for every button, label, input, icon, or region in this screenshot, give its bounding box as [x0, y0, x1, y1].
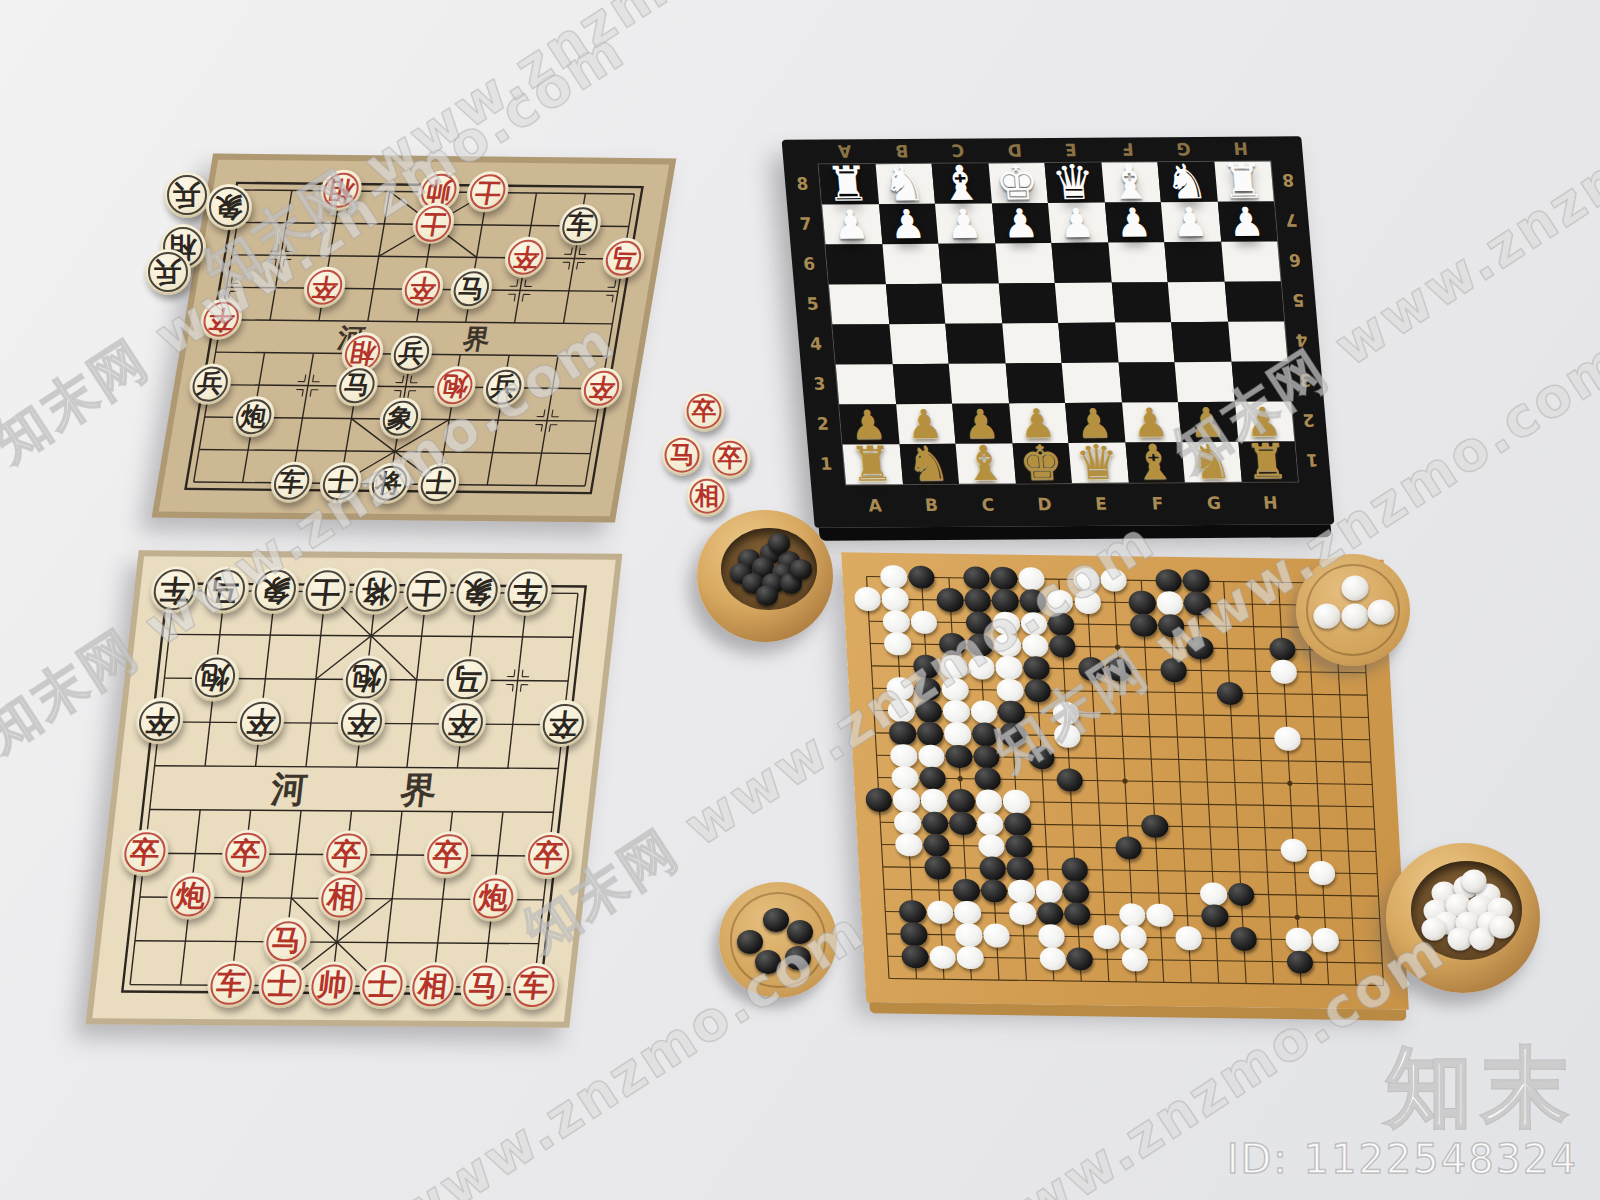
- chess-piece-brass-queen[interactable]: ♛: [1074, 438, 1121, 486]
- svg-text:界: 界: [461, 323, 493, 354]
- chess-rank-label-right-8: 8: [1269, 160, 1306, 200]
- chess-rank-label-right-7: 7: [1273, 200, 1310, 240]
- piece-character: 卒: [408, 276, 438, 302]
- chess-rank-label-7: 7: [787, 204, 824, 244]
- chess-square-d6[interactable]: [995, 243, 1055, 283]
- chess-square-c4[interactable]: [945, 323, 1005, 363]
- black-stone-on-lid[interactable]: [763, 908, 789, 932]
- piece-character: 士: [410, 577, 442, 606]
- chess-piece-brass-rook[interactable]: ♜: [848, 439, 895, 487]
- piece-character: 卒: [446, 708, 478, 737]
- white-stone-in-bowl[interactable]: [1490, 915, 1515, 938]
- piece-character: 士: [310, 576, 342, 605]
- chess-square-h6[interactable]: [1221, 241, 1281, 281]
- chess-square-b3[interactable]: [892, 364, 952, 404]
- chess-square-c5[interactable]: [942, 283, 1002, 323]
- piece-ring: [664, 438, 699, 473]
- piece-character: 帅: [424, 178, 454, 204]
- white-stone-on-lid[interactable]: [1314, 604, 1341, 629]
- piece-character: 象: [259, 576, 291, 605]
- piece-ring: [310, 965, 355, 1006]
- chess-square-c6[interactable]: [938, 243, 998, 283]
- go-bowl-black-stones[interactable]: [697, 510, 833, 642]
- chess-square-h4[interactable]: [1228, 321, 1288, 361]
- piece-ring: [686, 394, 721, 429]
- chess-square-g5[interactable]: [1168, 282, 1228, 322]
- piece-character: 卒: [511, 244, 541, 270]
- loose-xiangqi-piece-兵[interactable]: 兵: [145, 249, 191, 295]
- chess-square-f4[interactable]: [1115, 322, 1175, 362]
- bowl-opening: [721, 528, 816, 610]
- chess-rank-label-right-4: 4: [1283, 320, 1320, 360]
- piece-character: 兵: [173, 181, 201, 209]
- piece-character: 相: [326, 177, 356, 203]
- site-logo: 知末: [1227, 1044, 1578, 1130]
- scene: 知末网 www.znzmo.com知末网 www.znzmo.com知末网 ww…: [0, 0, 1600, 1200]
- piece-ring: [471, 878, 516, 919]
- chess-square-c3[interactable]: [949, 363, 1009, 403]
- piece-ring: [461, 966, 506, 1007]
- chess-piece-white-pawn[interactable]: ♟: [944, 204, 983, 244]
- chess-piece-white-pawn[interactable]: ♟: [1001, 203, 1040, 243]
- chess-square-a5[interactable]: [829, 284, 889, 324]
- chess-square-b4[interactable]: [889, 324, 949, 364]
- black-stone-on-lid[interactable]: [785, 946, 811, 970]
- svg-text:河: 河: [268, 768, 309, 809]
- piece-character: 卒: [143, 706, 175, 735]
- chess-square-e3[interactable]: [1062, 363, 1122, 403]
- piece-character: 车: [511, 577, 543, 606]
- piece-character: 炮: [350, 664, 382, 693]
- go-lid-black-stones[interactable]: [719, 882, 837, 998]
- loose-xiangqi-piece-象[interactable]: 象: [206, 184, 252, 230]
- piece-ring: [264, 921, 309, 962]
- loose-xiangqi-piece-相[interactable]: 相: [687, 476, 728, 517]
- piece-character: 马: [609, 245, 639, 271]
- chess-square-f3[interactable]: [1118, 362, 1178, 402]
- piece-character: 马: [209, 575, 241, 604]
- piece-ring: [319, 877, 364, 918]
- chess-rank-label-1: 1: [808, 444, 845, 484]
- piece-character: 卒: [547, 709, 579, 738]
- black-stone-in-bowl[interactable]: [756, 585, 778, 605]
- chess-square-e4[interactable]: [1058, 323, 1118, 363]
- piece-character: 炮: [440, 373, 470, 399]
- piece-ring: [360, 965, 405, 1006]
- piece-character: 象: [215, 193, 243, 221]
- xiangqi-board-bottom: 河界车马象士将士象车炮炮马卒卒卒卒卒卒卒卒卒卒炮相炮马车士帅士相马车: [86, 550, 623, 1027]
- chess-square-g4[interactable]: [1171, 322, 1231, 362]
- piece-ring: [209, 964, 254, 1005]
- chess-square-d5[interactable]: [998, 283, 1058, 323]
- loose-xiangqi-piece-兵[interactable]: 兵: [164, 172, 210, 218]
- chess-rank-label-right-2: 2: [1290, 400, 1327, 440]
- chess-square-g3[interactable]: [1175, 362, 1235, 402]
- chess-rank-label-6: 6: [790, 244, 827, 284]
- piece-character: 象: [461, 577, 493, 606]
- chess-square-a6[interactable]: [826, 244, 886, 284]
- chess-piece-white-pawn[interactable]: ♟: [888, 204, 927, 244]
- piece-character: 炮: [199, 663, 231, 692]
- go-lid-white-stones[interactable]: [1296, 554, 1410, 666]
- chess-rank-label-4: 4: [797, 324, 834, 364]
- piece-character: 马: [451, 665, 483, 694]
- piece-character: 卒: [587, 375, 617, 401]
- chess-piece-brass-bishop[interactable]: ♝: [1130, 437, 1177, 485]
- chess-rank-label-right-3: 3: [1286, 360, 1323, 400]
- white-stone-on-lid[interactable]: [1342, 576, 1369, 601]
- chess-rank-label-2: 2: [804, 404, 841, 444]
- piece-character: 士: [418, 211, 448, 237]
- piece-character: 士: [473, 179, 503, 205]
- image-id: ID: 1122548324: [1227, 1136, 1578, 1182]
- piece-ring: [712, 441, 747, 476]
- chess-square-a4[interactable]: [832, 324, 892, 364]
- chess-piece-brass-knight[interactable]: ♞: [1187, 437, 1234, 485]
- chess-board: AABBCCDDEEFFGGHH8877665544332211♜♞♝♚♛♝♞♜…: [782, 136, 1335, 528]
- chess-rank-label-8: 8: [784, 164, 821, 204]
- chess-rank-label-right-1: 1: [1293, 440, 1330, 480]
- chess-piece-white-pawn[interactable]: ♟: [1114, 202, 1153, 242]
- chess-square-g6[interactable]: [1164, 242, 1224, 282]
- piece-character: 兵: [154, 258, 182, 286]
- black-stone-on-lid[interactable]: [755, 950, 781, 974]
- chess-piece-white-pawn[interactable]: ♟: [831, 204, 870, 244]
- black-stone-on-lid[interactable]: [737, 930, 763, 954]
- loose-xiangqi-piece-卒[interactable]: 卒: [684, 391, 725, 432]
- chess-square-e6[interactable]: [1051, 243, 1111, 283]
- chess-square-d4[interactable]: [1002, 323, 1062, 363]
- chess-piece-brass-rook[interactable]: ♜: [1243, 437, 1290, 485]
- chess-square-f6[interactable]: [1108, 242, 1168, 282]
- chess-piece-white-pawn[interactable]: ♟: [1057, 203, 1096, 243]
- black-stone-on-lid[interactable]: [787, 920, 813, 944]
- piece-ring: [168, 876, 213, 917]
- white-stone-on-lid[interactable]: [1342, 604, 1369, 629]
- piece-ring: [122, 832, 167, 873]
- piece-character: 卒: [206, 306, 236, 332]
- black-stone-in-bowl[interactable]: [790, 559, 812, 579]
- piece-ring: [425, 834, 470, 875]
- loose-xiangqi-piece-卒[interactable]: 卒: [710, 438, 751, 479]
- piece-character: 卒: [310, 275, 340, 301]
- piece-ring: [511, 966, 556, 1007]
- chess-square-h3[interactable]: [1231, 361, 1291, 401]
- bowl-opening: [1411, 861, 1522, 960]
- chess-square-d3[interactable]: [1005, 363, 1065, 403]
- chess-piece-brass-knight[interactable]: ♞: [904, 439, 951, 487]
- chess-rank-label-5: 5: [794, 284, 831, 324]
- white-stone-in-bowl[interactable]: [1422, 917, 1447, 940]
- piece-character: 相: [348, 340, 378, 366]
- white-stone-in-bowl[interactable]: [1462, 869, 1487, 892]
- chess-piece-brass-king[interactable]: ♚: [1017, 438, 1064, 486]
- piece-ring: [410, 965, 455, 1006]
- piece-character: 车: [158, 575, 190, 604]
- site-badge: 知末 ID: 1122548324: [1227, 1044, 1578, 1182]
- chess-rank-label-right-5: 5: [1280, 280, 1317, 320]
- chess-square-b6[interactable]: [882, 244, 942, 284]
- chess-rank-label-right-6: 6: [1276, 240, 1313, 280]
- chess-piece-brass-bishop[interactable]: ♝: [961, 439, 1008, 487]
- chess-square-e5[interactable]: [1055, 283, 1115, 323]
- white-stone-on-lid[interactable]: [1368, 600, 1395, 625]
- loose-xiangqi-piece-马[interactable]: 马: [662, 435, 703, 476]
- piece-ring: [324, 833, 369, 874]
- piece-ring: [689, 479, 724, 514]
- xiangqi-grid: 河界: [92, 556, 615, 1021]
- chess-square-h5[interactable]: [1224, 281, 1284, 321]
- piece-character: 卒: [345, 708, 377, 737]
- svg-text:界: 界: [397, 769, 438, 810]
- piece-ring: [526, 835, 571, 876]
- chess-square-f5[interactable]: [1111, 282, 1171, 322]
- piece-ring: [259, 964, 304, 1005]
- chess-piece-white-pawn[interactable]: ♟: [1227, 202, 1266, 242]
- chess-piece-white-pawn[interactable]: ♟: [1170, 202, 1209, 242]
- chess-rank-label-3: 3: [801, 364, 838, 404]
- go-bowl-white-stones[interactable]: [1386, 843, 1540, 993]
- chess-square-a3[interactable]: [836, 364, 896, 404]
- chess-square-b5[interactable]: [885, 284, 945, 324]
- piece-character: 将: [360, 576, 392, 605]
- piece-character: 卒: [244, 707, 276, 736]
- piece-ring: [223, 833, 268, 874]
